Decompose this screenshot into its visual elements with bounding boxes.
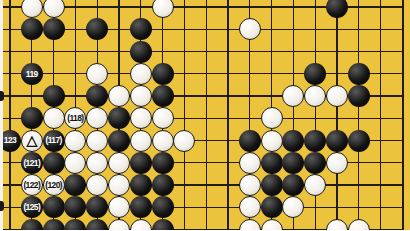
white-stone [21, 0, 43, 18]
black-stone [130, 41, 152, 63]
move-number-label: (117) [45, 136, 61, 146]
black-stone [282, 174, 304, 196]
white-stone [108, 85, 130, 107]
black-stone [130, 196, 152, 218]
black-stone [21, 107, 43, 129]
white-stone: (120) [43, 174, 65, 196]
white-stone [261, 130, 283, 152]
black-stone [108, 130, 130, 152]
black-stone [43, 152, 65, 174]
white-stone [304, 85, 326, 107]
black-stone [261, 174, 283, 196]
black-stone [86, 219, 108, 231]
black-stone [282, 130, 304, 152]
black-stone [64, 196, 86, 218]
black-stone [348, 85, 370, 107]
black-stone: 119 [21, 63, 43, 85]
black-stone: (125) [21, 196, 43, 218]
white-stone [326, 219, 348, 231]
white-stone [152, 0, 174, 18]
white-stone [130, 219, 152, 231]
white-stone [130, 63, 152, 85]
black-stone [326, 0, 348, 18]
black-stone [130, 18, 152, 40]
black-stone: (121) [21, 152, 43, 174]
move-number-label: (121) [23, 158, 40, 168]
triangle-mark: △ [26, 133, 37, 147]
white-stone: (122) [21, 174, 43, 196]
black-stone [152, 85, 174, 107]
black-stone [304, 130, 326, 152]
black-stone [43, 219, 65, 231]
white-stone [239, 196, 261, 218]
board-edge-line [402, 0, 404, 230]
black-stone [21, 18, 43, 40]
black-stone [152, 219, 174, 231]
grid-line-v [9, 0, 10, 230]
white-stone [43, 0, 65, 18]
scanned-go-diagram: 119(118)123△(117)(121)(122)(120)(125) [0, 0, 410, 230]
white-stone [64, 152, 86, 174]
white-stone [108, 152, 130, 174]
black-stone [152, 152, 174, 174]
black-stone [261, 196, 283, 218]
white-stone: (118) [64, 107, 86, 129]
white-stone [130, 85, 152, 107]
black-stone [348, 130, 370, 152]
black-stone [86, 18, 108, 40]
white-stone [239, 174, 261, 196]
move-number-label: 123 [4, 136, 16, 146]
move-number-label: (122) [23, 180, 40, 190]
scan-edge-strip [0, 0, 3, 230]
black-stone [239, 130, 261, 152]
white-stone [282, 196, 304, 218]
black-stone [108, 107, 130, 129]
black-stone [43, 196, 65, 218]
white-stone [86, 174, 108, 196]
black-stone [130, 152, 152, 174]
grid-line-v [184, 0, 185, 230]
white-stone [326, 85, 348, 107]
grid-line-v [358, 0, 359, 230]
black-stone [130, 174, 152, 196]
white-stone [173, 130, 195, 152]
white-stone [86, 63, 108, 85]
white-stone [108, 196, 130, 218]
move-number-label: (125) [23, 202, 40, 212]
black-stone [152, 174, 174, 196]
grid-line-h [0, 51, 404, 52]
cut-stone-sliver [0, 91, 4, 101]
black-stone: (117) [43, 130, 65, 152]
white-stone [108, 174, 130, 196]
black-stone [304, 63, 326, 85]
white-stone [152, 130, 174, 152]
black-stone [282, 152, 304, 174]
go-board: 119(118)123△(117)(121)(122)(120)(125) [0, 0, 410, 230]
black-stone [21, 219, 43, 231]
white-stone [86, 152, 108, 174]
black-stone: 123 [0, 130, 21, 152]
white-stone [130, 107, 152, 129]
grid-line-v [380, 0, 381, 230]
white-stone [326, 152, 348, 174]
move-number-label: (120) [45, 180, 62, 190]
move-number-label: 119 [26, 69, 38, 79]
black-stone [348, 63, 370, 85]
white-stone [130, 130, 152, 152]
white-stone [86, 107, 108, 129]
cut-stone-sliver [0, 201, 4, 211]
black-stone [326, 130, 348, 152]
white-stone [348, 219, 370, 231]
white-stone: △ [21, 130, 43, 152]
grid-line-h [0, 73, 404, 74]
grid-line-v [227, 0, 228, 230]
white-stone [152, 107, 174, 129]
black-stone [261, 152, 283, 174]
black-stone [86, 85, 108, 107]
white-stone [108, 219, 130, 231]
white-stone [261, 107, 283, 129]
grid-line-v [336, 0, 337, 230]
black-stone [43, 18, 65, 40]
white-stone [304, 174, 326, 196]
black-stone [86, 196, 108, 218]
black-stone [152, 196, 174, 218]
black-stone [43, 85, 65, 107]
black-stone [152, 63, 174, 85]
white-stone [239, 152, 261, 174]
black-stone [64, 174, 86, 196]
grid-line-v [206, 0, 207, 230]
white-stone [239, 18, 261, 40]
white-stone [43, 107, 65, 129]
black-stone [304, 152, 326, 174]
white-stone [86, 130, 108, 152]
white-stone [261, 219, 283, 231]
black-stone [64, 219, 86, 231]
white-stone [239, 219, 261, 231]
move-number-label: (118) [67, 113, 83, 123]
white-stone [64, 130, 86, 152]
white-stone [282, 85, 304, 107]
